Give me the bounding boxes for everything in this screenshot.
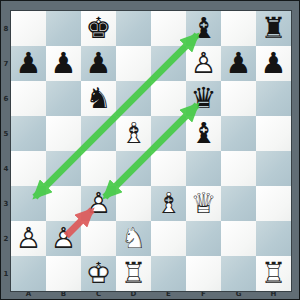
square-f3[interactable]: ♛♕ (186, 186, 221, 221)
square-b8[interactable] (46, 11, 81, 46)
square-f2[interactable] (186, 221, 221, 256)
square-d5[interactable]: ♝♗ (116, 116, 151, 151)
square-h2[interactable] (256, 221, 291, 256)
white-pawn[interactable]: ♟♙ (46, 221, 81, 256)
black-pawn[interactable]: ♟ (256, 46, 291, 81)
square-e3[interactable]: ♝♗ (151, 186, 186, 221)
square-b2[interactable]: ♟♙ (46, 221, 81, 256)
square-e6[interactable] (151, 81, 186, 116)
white-bishop[interactable]: ♝♗ (151, 186, 186, 221)
square-d2[interactable]: ♞♘ (116, 221, 151, 256)
square-g5[interactable] (221, 116, 256, 151)
white-rook[interactable]: ♜♖ (116, 256, 151, 291)
board: ♚♝♜♟♟♟♟♙♟♟♞♛♝♗♝♟♙♝♗♛♕♟♙♟♙♞♘♚♔♜♖♜♖ (11, 11, 291, 291)
square-c8[interactable]: ♚ (81, 11, 116, 46)
square-c4[interactable] (81, 151, 116, 186)
white-bishop[interactable]: ♝♗ (116, 116, 151, 151)
square-a1[interactable] (11, 256, 46, 291)
white-king[interactable]: ♚♔ (81, 256, 116, 291)
rank-label-3: 3 (1, 186, 11, 221)
square-c6[interactable]: ♞ (81, 81, 116, 116)
square-d1[interactable]: ♜♖ (116, 256, 151, 291)
square-f7[interactable]: ♟♙ (186, 46, 221, 81)
square-d4[interactable] (116, 151, 151, 186)
square-g7[interactable]: ♟ (221, 46, 256, 81)
square-f6[interactable]: ♛ (186, 81, 221, 116)
square-g8[interactable] (221, 11, 256, 46)
black-pawn[interactable]: ♟ (221, 46, 256, 81)
rank-label-8: 8 (1, 11, 11, 46)
rank-label-1: 1 (1, 256, 11, 291)
square-f8[interactable]: ♝ (186, 11, 221, 46)
square-a2[interactable]: ♟♙ (11, 221, 46, 256)
square-g4[interactable] (221, 151, 256, 186)
square-h5[interactable] (256, 116, 291, 151)
square-h6[interactable] (256, 81, 291, 116)
square-h4[interactable] (256, 151, 291, 186)
square-f1[interactable] (186, 256, 221, 291)
square-h1[interactable]: ♜♖ (256, 256, 291, 291)
square-e7[interactable] (151, 46, 186, 81)
board-frame: 8 7 6 5 4 3 2 1 A B C D E F G H ♚♝♜♟♟♟♟♙… (0, 0, 300, 300)
rank-label-4: 4 (1, 151, 11, 186)
black-queen[interactable]: ♛ (186, 81, 221, 116)
square-d3[interactable] (116, 186, 151, 221)
rank-label-5: 5 (1, 116, 11, 151)
square-h3[interactable] (256, 186, 291, 221)
square-b4[interactable] (46, 151, 81, 186)
square-b5[interactable] (46, 116, 81, 151)
rank-labels: 8 7 6 5 4 3 2 1 (1, 11, 11, 291)
black-rook[interactable]: ♜ (256, 11, 291, 46)
square-e2[interactable] (151, 221, 186, 256)
square-a3[interactable] (11, 186, 46, 221)
black-king[interactable]: ♚ (81, 11, 116, 46)
square-f5[interactable]: ♝ (186, 116, 221, 151)
white-pawn[interactable]: ♟♙ (186, 46, 221, 81)
black-pawn[interactable]: ♟ (11, 46, 46, 81)
square-f4[interactable] (186, 151, 221, 186)
square-a6[interactable] (11, 81, 46, 116)
square-b6[interactable] (46, 81, 81, 116)
square-a5[interactable] (11, 116, 46, 151)
square-g2[interactable] (221, 221, 256, 256)
black-pawn[interactable]: ♟ (46, 46, 81, 81)
square-d6[interactable] (116, 81, 151, 116)
square-a7[interactable]: ♟ (11, 46, 46, 81)
white-pawn[interactable]: ♟♙ (11, 221, 46, 256)
white-rook[interactable]: ♜♖ (256, 256, 291, 291)
black-knight[interactable]: ♞ (81, 81, 116, 116)
black-bishop[interactable]: ♝ (186, 11, 221, 46)
square-c1[interactable]: ♚♔ (81, 256, 116, 291)
square-g1[interactable] (221, 256, 256, 291)
square-e5[interactable] (151, 116, 186, 151)
square-b3[interactable] (46, 186, 81, 221)
square-h7[interactable]: ♟ (256, 46, 291, 81)
square-b1[interactable] (46, 256, 81, 291)
square-e1[interactable] (151, 256, 186, 291)
square-d7[interactable] (116, 46, 151, 81)
square-b7[interactable]: ♟ (46, 46, 81, 81)
square-c2[interactable] (81, 221, 116, 256)
white-knight[interactable]: ♞♘ (116, 221, 151, 256)
square-d8[interactable] (116, 11, 151, 46)
square-a8[interactable] (11, 11, 46, 46)
rank-label-6: 6 (1, 81, 11, 116)
white-queen[interactable]: ♛♕ (186, 186, 221, 221)
square-c3[interactable]: ♟♙ (81, 186, 116, 221)
rank-label-7: 7 (1, 46, 11, 81)
black-pawn[interactable]: ♟ (81, 46, 116, 81)
square-e8[interactable] (151, 11, 186, 46)
square-g3[interactable] (221, 186, 256, 221)
square-c5[interactable] (81, 116, 116, 151)
black-bishop[interactable]: ♝ (186, 116, 221, 151)
rank-label-2: 2 (1, 221, 11, 256)
square-c7[interactable]: ♟ (81, 46, 116, 81)
square-a4[interactable] (11, 151, 46, 186)
square-g6[interactable] (221, 81, 256, 116)
square-e4[interactable] (151, 151, 186, 186)
square-h8[interactable]: ♜ (256, 11, 291, 46)
white-pawn[interactable]: ♟♙ (81, 186, 116, 221)
